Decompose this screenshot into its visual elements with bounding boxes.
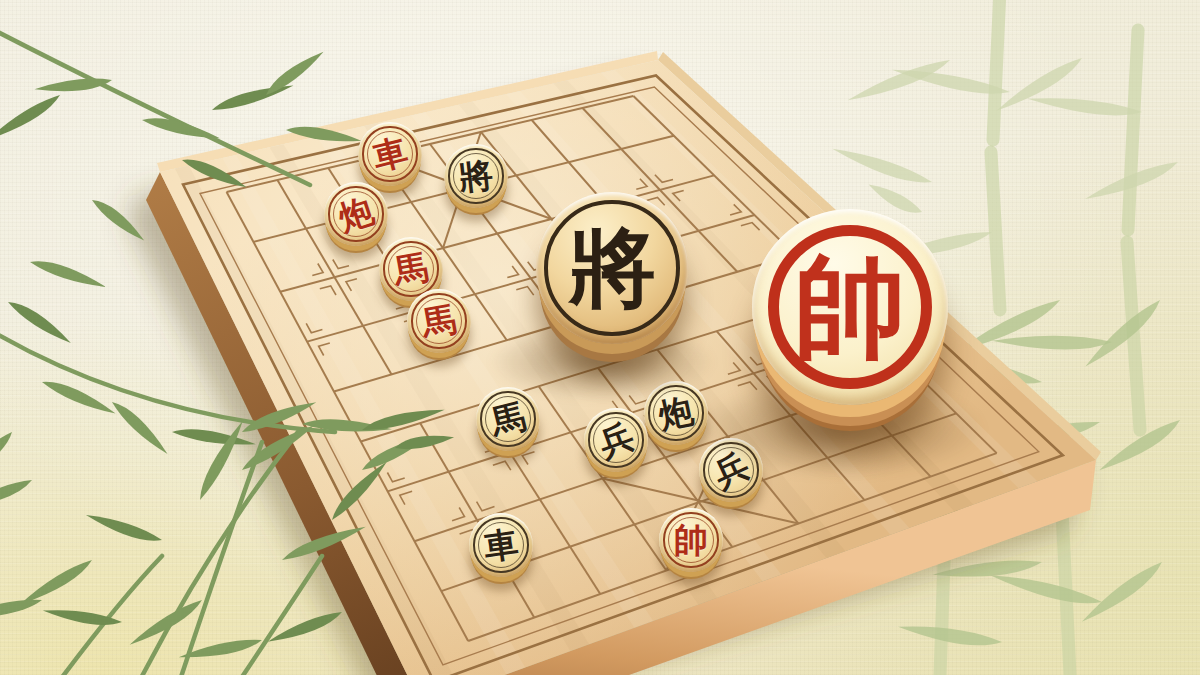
- piece-glyph: 兵: [708, 447, 753, 492]
- splash-stage: 車 炮 將 馬 馬 馬 炮: [0, 0, 1200, 675]
- piece-車-black[interactable]: 車: [469, 513, 533, 577]
- piece-兵-black[interactable]: 兵: [699, 438, 763, 502]
- piece-glyph: 將: [457, 157, 494, 194]
- piece-glyph: 兵: [594, 418, 638, 462]
- piece-glyph: 炮: [656, 393, 696, 433]
- hero-piece-glyph: 將: [569, 225, 656, 312]
- pieces-layer: 車 炮 將 馬 馬 馬 炮: [0, 0, 1200, 675]
- hero-piece-glyph: 帥: [794, 251, 906, 363]
- hero-piece-將-black: 將: [536, 192, 688, 344]
- piece-兵-black[interactable]: 兵: [584, 408, 648, 472]
- piece-車-red[interactable]: 車: [358, 122, 422, 186]
- piece-炮-black[interactable]: 炮: [644, 381, 708, 445]
- piece-glyph: 車: [482, 526, 520, 564]
- piece-glyph: 馬: [419, 301, 458, 340]
- piece-glyph: 炮: [335, 193, 378, 236]
- piece-馬-black[interactable]: 馬: [476, 387, 540, 451]
- piece-馬-red[interactable]: 馬: [407, 289, 471, 353]
- piece-帥-red[interactable]: 帥: [659, 508, 723, 572]
- piece-將-black[interactable]: 將: [444, 144, 508, 208]
- piece-glyph: 馬: [487, 398, 528, 439]
- piece-glyph: 帥: [674, 523, 708, 557]
- hero-piece-帥-red: 帥: [752, 209, 948, 405]
- piece-glyph: 車: [369, 133, 410, 174]
- piece-glyph: 馬: [391, 249, 430, 288]
- piece-炮-red[interactable]: 炮: [324, 182, 388, 246]
